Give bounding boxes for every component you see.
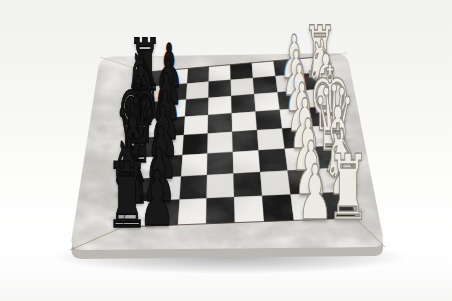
chess-set-product-photo: Product photo of a gray and black marble… [0, 0, 452, 301]
chess-board [0, 0, 452, 301]
